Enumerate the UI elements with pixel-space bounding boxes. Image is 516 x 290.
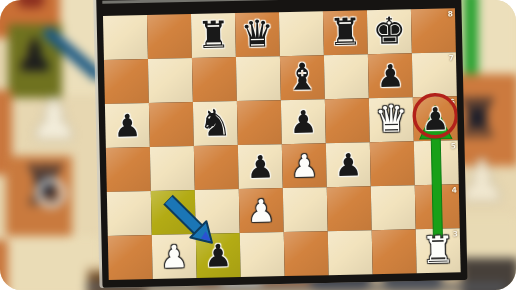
annotation-layer bbox=[103, 8, 460, 268]
blue-arrow bbox=[168, 199, 212, 244]
bg-red-blob bbox=[18, 0, 44, 8]
chess-board: ♜♛♜♚8♝♟7♟♞♟♛♟6♟♟♟5♟4♟♟♜3 bbox=[103, 8, 460, 268]
video-thumbnail: ♟ ♟ ♜ ♜ ♟ ♜♛♜♚8♝♟7♟♞♟♛♟6♟♟♟5♟4♟♟♜3 bbox=[0, 0, 516, 290]
blurred-white-pawn-icon: ♟ bbox=[28, 90, 80, 148]
bg-rook-ring bbox=[36, 178, 66, 208]
bg-square bbox=[0, 240, 8, 290]
red-circle bbox=[414, 94, 457, 137]
